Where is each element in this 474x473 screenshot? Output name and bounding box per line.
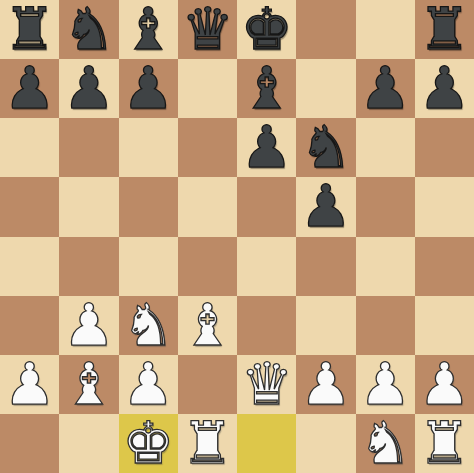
square-a1[interactable] <box>0 414 59 473</box>
square-c4[interactable] <box>119 237 178 296</box>
piece-black-bishop[interactable]: ♝ <box>237 59 296 118</box>
piece-black-queen[interactable]: ♛ <box>178 0 237 59</box>
piece-black-pawn[interactable]: ♟ <box>296 177 355 236</box>
square-h3[interactable] <box>415 296 474 355</box>
square-h8[interactable]: ♜ <box>415 0 474 59</box>
square-b5[interactable] <box>59 177 118 236</box>
piece-black-king[interactable]: ♚ <box>237 0 296 59</box>
piece-white-rook[interactable]: ♜ <box>415 414 474 473</box>
piece-white-pawn[interactable]: ♟ <box>296 355 355 414</box>
square-b3[interactable]: ♟ <box>59 296 118 355</box>
square-b1[interactable] <box>59 414 118 473</box>
square-e3[interactable] <box>237 296 296 355</box>
square-d8[interactable]: ♛ <box>178 0 237 59</box>
square-f7[interactable] <box>296 59 355 118</box>
piece-white-king[interactable]: ♚ <box>119 414 178 473</box>
piece-white-pawn[interactable]: ♟ <box>415 355 474 414</box>
square-f3[interactable] <box>296 296 355 355</box>
square-h1[interactable]: ♜ <box>415 414 474 473</box>
piece-black-knight[interactable]: ♞ <box>59 0 118 59</box>
square-h2[interactable]: ♟ <box>415 355 474 414</box>
square-a6[interactable] <box>0 118 59 177</box>
square-g8[interactable] <box>356 0 415 59</box>
square-a7[interactable]: ♟ <box>0 59 59 118</box>
square-g3[interactable] <box>356 296 415 355</box>
square-b4[interactable] <box>59 237 118 296</box>
square-b2[interactable]: ♝ <box>59 355 118 414</box>
piece-white-pawn[interactable]: ♟ <box>119 355 178 414</box>
square-c6[interactable] <box>119 118 178 177</box>
square-b8[interactable]: ♞ <box>59 0 118 59</box>
square-g1[interactable]: ♞ <box>356 414 415 473</box>
square-e6[interactable]: ♟ <box>237 118 296 177</box>
square-d1[interactable]: ♜ <box>178 414 237 473</box>
piece-white-knight[interactable]: ♞ <box>119 296 178 355</box>
chess-board: ♜♞♝♛♚♜♟♟♟♝♟♟♟♞♟♟♞♝♟♝♟♛♟♟♟♚♜♞♜ <box>0 0 474 473</box>
piece-black-rook[interactable]: ♜ <box>0 0 59 59</box>
square-f4[interactable] <box>296 237 355 296</box>
square-e7[interactable]: ♝ <box>237 59 296 118</box>
square-h4[interactable] <box>415 237 474 296</box>
piece-white-queen[interactable]: ♛ <box>237 355 296 414</box>
square-c5[interactable] <box>119 177 178 236</box>
square-b6[interactable] <box>59 118 118 177</box>
square-h7[interactable]: ♟ <box>415 59 474 118</box>
square-a3[interactable] <box>0 296 59 355</box>
piece-black-pawn[interactable]: ♟ <box>59 59 118 118</box>
piece-white-bishop[interactable]: ♝ <box>178 296 237 355</box>
square-d5[interactable] <box>178 177 237 236</box>
piece-white-pawn[interactable]: ♟ <box>59 296 118 355</box>
square-f5[interactable]: ♟ <box>296 177 355 236</box>
piece-black-pawn[interactable]: ♟ <box>0 59 59 118</box>
square-g5[interactable] <box>356 177 415 236</box>
piece-white-pawn[interactable]: ♟ <box>0 355 59 414</box>
square-f8[interactable] <box>296 0 355 59</box>
square-d6[interactable] <box>178 118 237 177</box>
square-e2[interactable]: ♛ <box>237 355 296 414</box>
square-e1[interactable] <box>237 414 296 473</box>
piece-white-bishop[interactable]: ♝ <box>59 355 118 414</box>
square-d3[interactable]: ♝ <box>178 296 237 355</box>
square-c8[interactable]: ♝ <box>119 0 178 59</box>
square-g4[interactable] <box>356 237 415 296</box>
square-a2[interactable]: ♟ <box>0 355 59 414</box>
square-g6[interactable] <box>356 118 415 177</box>
square-e8[interactable]: ♚ <box>237 0 296 59</box>
piece-black-pawn[interactable]: ♟ <box>415 59 474 118</box>
piece-black-rook[interactable]: ♜ <box>415 0 474 59</box>
square-e4[interactable] <box>237 237 296 296</box>
piece-white-knight[interactable]: ♞ <box>356 414 415 473</box>
chess-board-container: ♜♞♝♛♚♜♟♟♟♝♟♟♟♞♟♟♞♝♟♝♟♛♟♟♟♚♜♞♜ <box>0 0 474 473</box>
piece-white-pawn[interactable]: ♟ <box>356 355 415 414</box>
square-g7[interactable]: ♟ <box>356 59 415 118</box>
square-h5[interactable] <box>415 177 474 236</box>
square-c1[interactable]: ♚ <box>119 414 178 473</box>
square-b7[interactable]: ♟ <box>59 59 118 118</box>
square-d7[interactable] <box>178 59 237 118</box>
piece-black-pawn[interactable]: ♟ <box>237 118 296 177</box>
piece-black-knight[interactable]: ♞ <box>296 118 355 177</box>
square-a8[interactable]: ♜ <box>0 0 59 59</box>
square-d4[interactable] <box>178 237 237 296</box>
square-h6[interactable] <box>415 118 474 177</box>
piece-black-pawn[interactable]: ♟ <box>356 59 415 118</box>
square-e5[interactable] <box>237 177 296 236</box>
square-a4[interactable] <box>0 237 59 296</box>
square-g2[interactable]: ♟ <box>356 355 415 414</box>
square-d2[interactable] <box>178 355 237 414</box>
square-f6[interactable]: ♞ <box>296 118 355 177</box>
piece-white-rook[interactable]: ♜ <box>178 414 237 473</box>
piece-black-bishop[interactable]: ♝ <box>119 0 178 59</box>
square-c3[interactable]: ♞ <box>119 296 178 355</box>
square-a5[interactable] <box>0 177 59 236</box>
square-f2[interactable]: ♟ <box>296 355 355 414</box>
square-c7[interactable]: ♟ <box>119 59 178 118</box>
square-c2[interactable]: ♟ <box>119 355 178 414</box>
square-f1[interactable] <box>296 414 355 473</box>
piece-black-pawn[interactable]: ♟ <box>119 59 178 118</box>
